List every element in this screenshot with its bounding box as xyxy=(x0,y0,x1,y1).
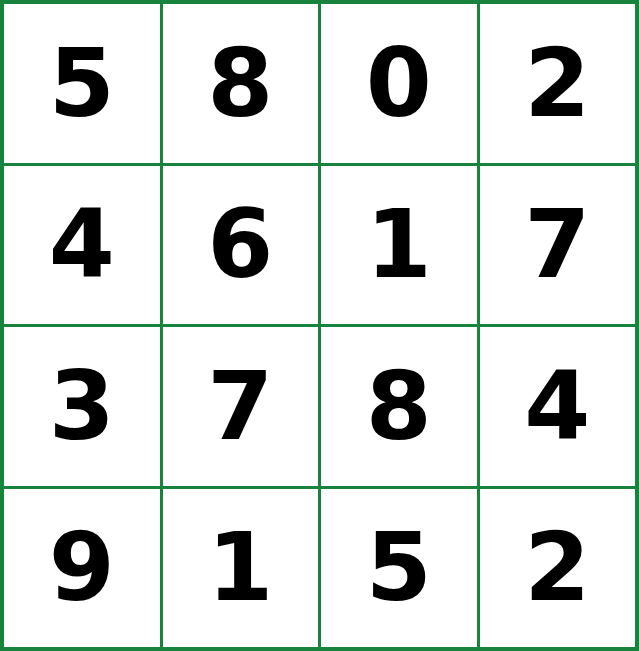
grid-cell-r4c4: 2 xyxy=(480,489,636,648)
grid-cell-r2c1: 4 xyxy=(4,166,160,325)
grid-cell-r4c1: 9 xyxy=(4,489,160,648)
grid-cell-r3c2: 7 xyxy=(163,327,319,486)
grid-cell-r4c2: 1 xyxy=(163,489,319,648)
grid-cell-r1c4: 2 xyxy=(480,4,636,163)
grid-cell-r1c3: 0 xyxy=(321,4,477,163)
grid-cell-r1c1: 5 xyxy=(4,4,160,163)
grid-cell-r2c3: 1 xyxy=(321,166,477,325)
grid-cell-r3c3: 8 xyxy=(321,327,477,486)
grid-cell-r3c1: 3 xyxy=(4,327,160,486)
grid-cell-r2c2: 6 xyxy=(163,166,319,325)
page: 5802461737849152 xyxy=(0,0,639,651)
grid-cell-r2c4: 7 xyxy=(480,166,636,325)
grid-cell-r3c4: 4 xyxy=(480,327,636,486)
grid-cell-r1c2: 8 xyxy=(163,4,319,163)
grid-cell-r4c3: 5 xyxy=(321,489,477,648)
number-grid-board: 5802461737849152 xyxy=(0,0,639,651)
